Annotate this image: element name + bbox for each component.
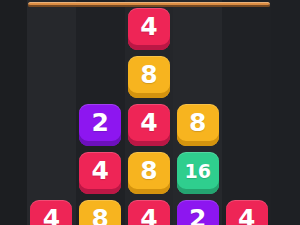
tile-2[interactable]: 2 <box>177 200 219 225</box>
tile-value: 8 <box>189 108 206 142</box>
tile-value: 4 <box>140 12 157 46</box>
tile-4[interactable]: 4 <box>128 104 170 146</box>
tile-16[interactable]: 16 <box>177 152 219 194</box>
progress-bar <box>28 2 270 7</box>
board-column-5[interactable] <box>222 0 271 225</box>
tile-8[interactable]: 8 <box>177 104 219 146</box>
tile-4[interactable]: 4 <box>128 8 170 50</box>
tile-value: 2 <box>91 108 108 142</box>
tile-8[interactable]: 8 <box>128 152 170 194</box>
tile-value: 2 <box>189 204 206 225</box>
tile-value: 4 <box>91 156 108 190</box>
tile-value: 4 <box>238 204 255 225</box>
tile-8[interactable]: 8 <box>79 200 121 225</box>
tile-value: 4 <box>140 108 157 142</box>
tile-2[interactable]: 2 <box>79 104 121 146</box>
tile-value: 4 <box>140 204 157 225</box>
tile-value: 8 <box>91 204 108 225</box>
tile-4[interactable]: 4 <box>79 152 121 194</box>
tile-value: 8 <box>140 60 157 94</box>
game-screen: 48248481648424 <box>0 0 300 225</box>
tile-4[interactable]: 4 <box>128 200 170 225</box>
board-right-margin <box>271 0 300 225</box>
tile-value: 16 <box>185 160 211 187</box>
tile-4[interactable]: 4 <box>226 200 268 225</box>
tile-8[interactable]: 8 <box>128 56 170 98</box>
tile-value: 8 <box>140 156 157 190</box>
tile-4[interactable]: 4 <box>30 200 72 225</box>
tile-value: 4 <box>43 204 60 225</box>
board-column-1[interactable] <box>27 0 76 225</box>
